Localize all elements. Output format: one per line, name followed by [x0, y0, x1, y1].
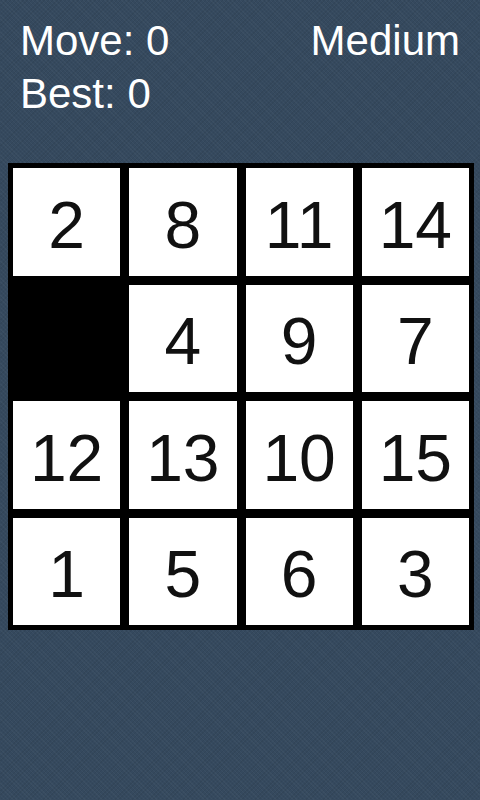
tile-7[interactable]: 7 — [362, 285, 469, 393]
tile-number: 3 — [397, 536, 434, 612]
tile-2[interactable]: 2 — [13, 168, 120, 276]
tile-3[interactable]: 3 — [362, 518, 469, 626]
tile-8[interactable]: 8 — [129, 168, 236, 276]
tile-14[interactable]: 14 — [362, 168, 469, 276]
tile-6[interactable]: 6 — [246, 518, 353, 626]
tile-number: 9 — [281, 303, 318, 379]
tile-1[interactable]: 1 — [13, 518, 120, 626]
empty-cell — [13, 285, 120, 393]
tile-number: 12 — [30, 420, 103, 496]
tile-5[interactable]: 5 — [129, 518, 236, 626]
tile-number: 2 — [48, 187, 85, 263]
tile-number: 10 — [262, 420, 335, 496]
header: Move: 0 Medium Best: 0 — [20, 14, 460, 120]
header-top-row: Move: 0 Medium — [20, 14, 460, 67]
tile-9[interactable]: 9 — [246, 285, 353, 393]
best-score: Best: 0 — [20, 70, 151, 117]
puzzle-board: 281114497121310151563 — [8, 163, 474, 630]
tile-number: 14 — [379, 187, 452, 263]
tile-number: 5 — [165, 536, 202, 612]
tile-12[interactable]: 12 — [13, 401, 120, 509]
tile-13[interactable]: 13 — [129, 401, 236, 509]
tile-11[interactable]: 11 — [246, 168, 353, 276]
tile-10[interactable]: 10 — [246, 401, 353, 509]
difficulty-label: Medium — [311, 14, 460, 67]
tile-number: 8 — [165, 187, 202, 263]
tile-number: 15 — [379, 420, 452, 496]
tile-number: 13 — [146, 420, 219, 496]
tile-number: 4 — [165, 303, 202, 379]
tile-4[interactable]: 4 — [129, 285, 236, 393]
tile-number: 6 — [281, 536, 318, 612]
tile-number: 7 — [397, 303, 434, 379]
tile-number: 11 — [265, 187, 334, 263]
header-bottom-row: Best: 0 — [20, 67, 460, 120]
tile-15[interactable]: 15 — [362, 401, 469, 509]
move-counter: Move: 0 — [20, 14, 169, 67]
tile-number: 1 — [48, 536, 85, 612]
